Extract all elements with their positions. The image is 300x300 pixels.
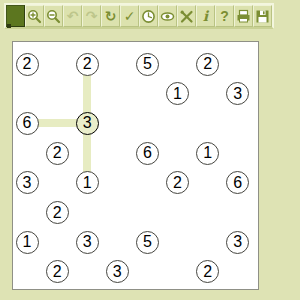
- island-r0c2[interactable]: 2: [76, 53, 99, 76]
- settings-button[interactable]: [177, 5, 196, 27]
- island-r6c2[interactable]: 3: [76, 231, 99, 254]
- island-r5c1[interactable]: 2: [46, 201, 69, 224]
- island-r4c5[interactable]: 2: [166, 171, 189, 194]
- island-r7c6[interactable]: 2: [196, 260, 219, 283]
- island-r6c0[interactable]: 1: [16, 231, 39, 254]
- island-r1c5[interactable]: 1: [166, 82, 189, 105]
- zoom-out-icon: [46, 9, 61, 24]
- undo-icon: ↶: [67, 9, 79, 23]
- print-button[interactable]: [234, 5, 253, 27]
- island-r0c0[interactable]: 2: [16, 53, 39, 76]
- island-r4c2[interactable]: 1: [76, 171, 99, 194]
- island-r4c7[interactable]: 6: [226, 171, 249, 194]
- island-r2c0[interactable]: 6: [16, 112, 39, 135]
- help-icon: ?: [220, 9, 229, 23]
- zoom-in-button[interactable]: [25, 5, 44, 27]
- printer-icon: [236, 9, 251, 24]
- restart-icon: ↻: [105, 9, 117, 23]
- island-r7c1[interactable]: 2: [46, 260, 69, 283]
- toolbar: ↶↷↻✓i?: [4, 3, 274, 29]
- check-button[interactable]: ✓: [120, 5, 139, 27]
- island-r7c3[interactable]: 3: [106, 260, 129, 283]
- island-r4c0[interactable]: 3: [16, 171, 39, 194]
- timer-button[interactable]: [139, 5, 158, 27]
- island-r3c4[interactable]: 6: [136, 142, 159, 165]
- save-icon: [255, 9, 270, 24]
- zoom-out-button[interactable]: [44, 5, 63, 27]
- check-icon: ✓: [124, 9, 136, 23]
- undo-button[interactable]: ↶: [63, 5, 82, 27]
- clock-icon: [141, 9, 156, 24]
- island-r3c1[interactable]: 2: [46, 142, 69, 165]
- restart-button[interactable]: ↻: [101, 5, 120, 27]
- peek-button[interactable]: [158, 5, 177, 27]
- island-r3c6[interactable]: 1: [196, 142, 219, 165]
- island-r0c4[interactable]: 5: [136, 53, 159, 76]
- zoom-in-icon: [27, 9, 42, 24]
- puzzle-board[interactable]: 22521363261312621353232: [12, 41, 259, 290]
- save-button[interactable]: [253, 5, 272, 27]
- eye-icon: [160, 9, 175, 24]
- island-r6c4[interactable]: 5: [136, 231, 159, 254]
- info-button[interactable]: i: [196, 5, 215, 27]
- help-button[interactable]: ?: [215, 5, 234, 27]
- island-r1c7[interactable]: 3: [226, 82, 249, 105]
- island-r2c2[interactable]: 3: [76, 112, 99, 135]
- island-r6c7[interactable]: 3: [226, 231, 249, 254]
- tools-icon: [179, 9, 194, 24]
- island-r0c6[interactable]: 2: [196, 53, 219, 76]
- draw-mode-button[interactable]: [6, 5, 25, 27]
- page: ↶↷↻✓i? 22521363261312621353232: [0, 0, 300, 300]
- redo-button[interactable]: ↷: [82, 5, 101, 27]
- info-icon: i: [203, 9, 208, 23]
- active-tool-marker: [7, 24, 11, 28]
- redo-icon: ↷: [86, 9, 98, 23]
